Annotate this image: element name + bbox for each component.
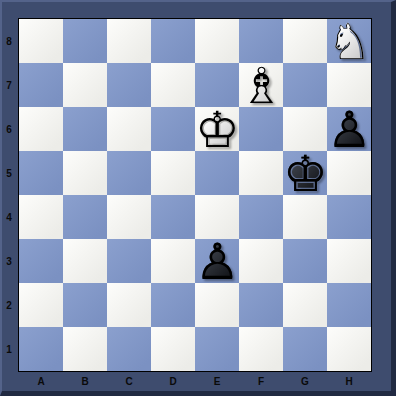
black-king-outline-glyph: ♔ — [283, 152, 328, 196]
square-h8[interactable]: ♞♘ — [327, 19, 371, 63]
file-label-g: G — [283, 372, 327, 391]
square-a5[interactable] — [19, 151, 63, 195]
file-label-h: H — [327, 372, 371, 391]
square-e7[interactable] — [195, 63, 239, 107]
square-g3[interactable] — [283, 239, 327, 283]
square-h2[interactable] — [327, 283, 371, 327]
square-c7[interactable] — [107, 63, 151, 107]
file-label-a: A — [19, 372, 63, 391]
white-bishop: ♝♗ — [239, 63, 283, 107]
square-a6[interactable] — [19, 107, 63, 151]
square-f8[interactable] — [239, 19, 283, 63]
square-a2[interactable] — [19, 283, 63, 327]
square-c3[interactable] — [107, 239, 151, 283]
black-pawn: ♟♙ — [327, 107, 371, 151]
black-pawn: ♟♙ — [195, 239, 239, 283]
white-bishop-outline-glyph: ♗ — [239, 64, 284, 108]
square-c6[interactable] — [107, 107, 151, 151]
square-g4[interactable] — [283, 195, 327, 239]
rank-label-5: 5 — [0, 151, 18, 195]
square-b6[interactable] — [63, 107, 107, 151]
rank-label-6: 6 — [0, 107, 18, 151]
square-h3[interactable] — [327, 239, 371, 283]
square-c1[interactable] — [107, 327, 151, 371]
square-d1[interactable] — [151, 327, 195, 371]
black-king: ♚♔ — [283, 151, 327, 195]
square-e5[interactable] — [195, 151, 239, 195]
square-f6[interactable] — [239, 107, 283, 151]
square-e8[interactable] — [195, 19, 239, 63]
square-a7[interactable] — [19, 63, 63, 107]
file-label-b: B — [63, 372, 107, 391]
white-king-glyph: ♚ — [195, 108, 240, 152]
square-a8[interactable] — [19, 19, 63, 63]
square-b8[interactable] — [63, 19, 107, 63]
black-pawn-outline-glyph: ♙ — [195, 240, 240, 284]
rank-labels: 87654321 — [0, 19, 18, 371]
square-f1[interactable] — [239, 327, 283, 371]
square-b7[interactable] — [63, 63, 107, 107]
square-f4[interactable] — [239, 195, 283, 239]
square-d8[interactable] — [151, 19, 195, 63]
square-f2[interactable] — [239, 283, 283, 327]
square-g6[interactable] — [283, 107, 327, 151]
square-b1[interactable] — [63, 327, 107, 371]
square-b2[interactable] — [63, 283, 107, 327]
square-g8[interactable] — [283, 19, 327, 63]
black-pawn-glyph: ♟ — [327, 108, 372, 152]
square-g5[interactable]: ♚♔ — [283, 151, 327, 195]
square-e1[interactable] — [195, 327, 239, 371]
rank-label-3: 3 — [0, 239, 18, 283]
square-f5[interactable] — [239, 151, 283, 195]
square-g7[interactable] — [283, 63, 327, 107]
rank-label-4: 4 — [0, 195, 18, 239]
file-label-d: D — [151, 372, 195, 391]
square-h4[interactable] — [327, 195, 371, 239]
rank-label-2: 2 — [0, 283, 18, 327]
white-bishop-glyph: ♝ — [239, 64, 284, 108]
rank-label-1: 1 — [0, 327, 18, 371]
square-g2[interactable] — [283, 283, 327, 327]
white-king: ♚♔ — [195, 107, 239, 151]
square-b4[interactable] — [63, 195, 107, 239]
square-d7[interactable] — [151, 63, 195, 107]
black-king-glyph: ♚ — [283, 152, 328, 196]
file-label-f: F — [239, 372, 283, 391]
square-e4[interactable] — [195, 195, 239, 239]
square-d4[interactable] — [151, 195, 195, 239]
square-f3[interactable] — [239, 239, 283, 283]
file-label-e: E — [195, 372, 239, 391]
square-e3[interactable]: ♟♙ — [195, 239, 239, 283]
square-e2[interactable] — [195, 283, 239, 327]
white-knight-outline-glyph: ♘ — [327, 20, 372, 64]
rank-label-8: 8 — [0, 19, 18, 63]
rank-label-7: 7 — [0, 63, 18, 107]
square-d2[interactable] — [151, 283, 195, 327]
square-e6[interactable]: ♚♔ — [195, 107, 239, 151]
square-b5[interactable] — [63, 151, 107, 195]
square-h6[interactable]: ♟♙ — [327, 107, 371, 151]
square-c8[interactable] — [107, 19, 151, 63]
square-b3[interactable] — [63, 239, 107, 283]
square-a4[interactable] — [19, 195, 63, 239]
square-h1[interactable] — [327, 327, 371, 371]
square-d3[interactable] — [151, 239, 195, 283]
square-d6[interactable] — [151, 107, 195, 151]
square-f7[interactable]: ♝♗ — [239, 63, 283, 107]
file-labels: ABCDEFGH — [19, 372, 371, 391]
square-d5[interactable] — [151, 151, 195, 195]
white-knight-glyph: ♞ — [327, 20, 372, 64]
white-knight: ♞♘ — [327, 19, 371, 63]
square-a1[interactable] — [19, 327, 63, 371]
square-a3[interactable] — [19, 239, 63, 283]
chess-board: ♞♘♝♗♚♔♟♙♚♔♟♙ — [18, 18, 372, 372]
square-h7[interactable] — [327, 63, 371, 107]
file-label-c: C — [107, 372, 151, 391]
black-pawn-glyph: ♟ — [195, 240, 240, 284]
black-pawn-outline-glyph: ♙ — [327, 108, 372, 152]
square-c2[interactable] — [107, 283, 151, 327]
white-king-outline-glyph: ♔ — [195, 108, 240, 152]
square-c4[interactable] — [107, 195, 151, 239]
square-g1[interactable] — [283, 327, 327, 371]
square-c5[interactable] — [107, 151, 151, 195]
square-h5[interactable] — [327, 151, 371, 195]
